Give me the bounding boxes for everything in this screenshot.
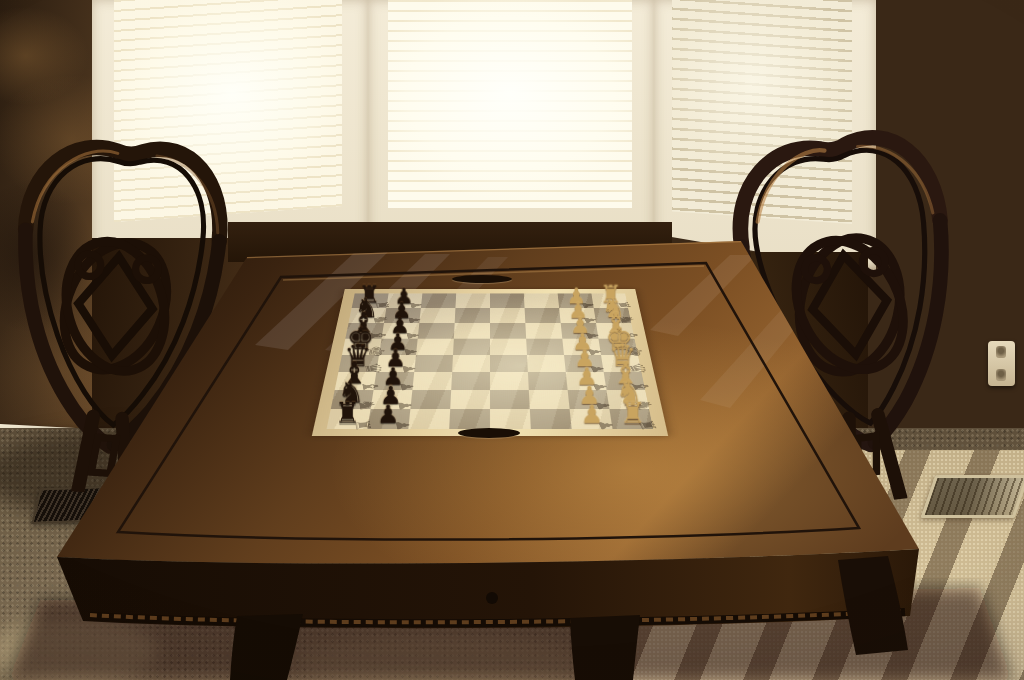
scene: ♜♜♟♟♟♟♜♜♞♞♟♟♟♟♞♞♝♝♟♟♟♟♝♝♚♚♟♟♟♟♚♚♛♛♟♟♟♟♛♛… bbox=[0, 0, 1024, 680]
chair-left bbox=[0, 94, 253, 502]
board-handle-notch-bottom bbox=[458, 428, 520, 438]
bay-window-center bbox=[368, 0, 654, 236]
white-pawn: ♟ bbox=[572, 402, 613, 427]
chess-board-3d: ♜♜♟♟♟♟♜♜♞♞♟♟♟♟♞♞♝♝♟♟♟♟♝♝♚♚♟♟♟♟♚♚♛♛♟♟♟♟♛♛… bbox=[312, 289, 668, 436]
piece-cell-a1: ♜♜ bbox=[609, 409, 653, 429]
sunlight-patch-center bbox=[295, 636, 585, 680]
chess-board: ♜♜♟♟♟♟♜♜♞♞♟♟♟♟♞♞♝♝♟♟♟♟♝♝♚♚♟♟♟♟♚♚♛♛♟♟♟♟♛♛… bbox=[312, 289, 668, 436]
wall-under-window-center bbox=[228, 222, 672, 262]
power-outlet bbox=[988, 341, 1015, 386]
chair-right bbox=[698, 82, 996, 517]
white-rook: ♜ bbox=[612, 399, 653, 428]
chair-right-frame bbox=[730, 130, 973, 513]
chair-left-frame bbox=[8, 140, 226, 500]
piece-cell-a7: ♟♟ bbox=[367, 409, 410, 429]
board-handle-notch-top bbox=[452, 275, 512, 283]
window-blinds-center bbox=[388, 0, 632, 208]
piece-cell-a2: ♟♟ bbox=[570, 409, 613, 429]
black-pawn: ♟ bbox=[368, 402, 409, 427]
black-rook: ♜ bbox=[327, 399, 368, 428]
piece-cell-a8: ♜♜ bbox=[327, 409, 371, 429]
chess-pieces: ♜♜♟♟♟♟♜♜♞♞♟♟♟♟♞♞♝♝♟♟♟♟♝♝♚♚♟♟♟♟♚♚♛♛♟♟♟♟♛♛… bbox=[327, 294, 654, 430]
